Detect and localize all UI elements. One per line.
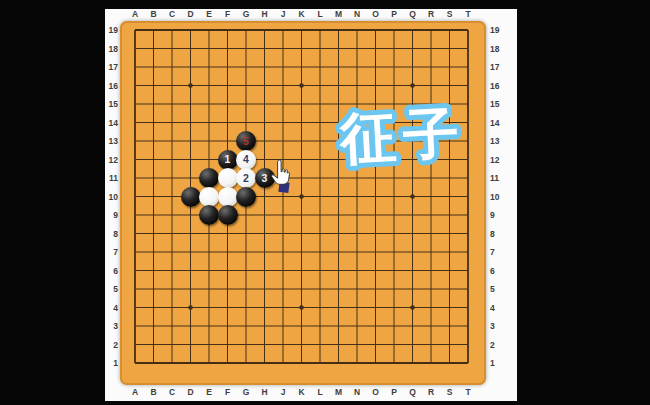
row-label-3: 3 — [103, 317, 118, 336]
col-label-F: F — [218, 8, 237, 21]
col-label-T: T — [459, 386, 478, 399]
row-label-15: 15 — [490, 95, 505, 114]
column-labels-bottom: ABCDEFGHJKLMNOPQRST — [126, 386, 478, 399]
col-label-F: F — [218, 386, 237, 399]
col-label-K: K — [292, 386, 311, 399]
row-label-12: 12 — [490, 150, 505, 169]
row-label-14: 14 — [103, 113, 118, 132]
row-label-16: 16 — [490, 76, 505, 95]
row-label-12: 12 — [103, 150, 118, 169]
row-label-10: 10 — [490, 187, 505, 206]
col-label-S: S — [440, 386, 459, 399]
row-label-4: 4 — [490, 298, 505, 317]
row-label-3: 3 — [490, 317, 505, 336]
col-label-Q: Q — [403, 8, 422, 21]
col-label-B: B — [144, 8, 163, 21]
row-label-8: 8 — [490, 224, 505, 243]
col-label-E: E — [200, 8, 219, 21]
row-label-7: 7 — [103, 243, 118, 262]
col-label-A: A — [126, 386, 145, 399]
col-label-C: C — [163, 8, 182, 21]
stone-white-G12[interactable]: 4 — [236, 150, 256, 170]
col-label-O: O — [366, 386, 385, 399]
stone-white-F10[interactable] — [218, 187, 238, 207]
col-label-P: P — [385, 386, 404, 399]
col-label-G: G — [237, 386, 256, 399]
row-labels-left: 19181716151413121110987654321 — [103, 21, 118, 373]
col-label-R: R — [422, 386, 441, 399]
col-label-H: H — [255, 386, 274, 399]
row-label-4: 4 — [103, 298, 118, 317]
col-label-L: L — [311, 8, 330, 21]
col-label-N: N — [348, 386, 367, 399]
row-label-9: 9 — [490, 206, 505, 225]
stone-black-D10[interactable] — [181, 187, 201, 207]
stone-black-G13[interactable]: 5 — [236, 131, 256, 151]
row-label-5: 5 — [490, 280, 505, 299]
row-label-18: 18 — [103, 39, 118, 58]
col-label-H: H — [255, 8, 274, 21]
row-label-2: 2 — [103, 335, 118, 354]
stone-black-G10[interactable] — [236, 187, 256, 207]
row-labels-right: 19181716151413121110987654321 — [490, 21, 505, 373]
col-label-P: P — [385, 8, 404, 21]
col-label-J: J — [274, 8, 293, 21]
col-label-M: M — [329, 386, 348, 399]
row-label-19: 19 — [103, 21, 118, 40]
col-label-A: A — [126, 8, 145, 21]
row-label-5: 5 — [103, 280, 118, 299]
row-label-1: 1 — [490, 354, 505, 373]
stone-white-F11[interactable] — [218, 168, 238, 188]
row-label-18: 18 — [490, 39, 505, 58]
col-label-M: M — [329, 8, 348, 21]
col-label-B: B — [144, 386, 163, 399]
col-label-J: J — [274, 386, 293, 399]
row-label-15: 15 — [103, 95, 118, 114]
stone-layer[interactable]: 51423 — [126, 21, 478, 373]
stone-black-E11[interactable] — [199, 168, 219, 188]
col-label-G: G — [237, 8, 256, 21]
row-label-17: 17 — [103, 58, 118, 77]
row-label-17: 17 — [490, 58, 505, 77]
col-label-O: O — [366, 8, 385, 21]
stone-white-E10[interactable] — [199, 187, 219, 207]
row-label-11: 11 — [103, 169, 118, 188]
col-label-D: D — [181, 386, 200, 399]
row-label-2: 2 — [490, 335, 505, 354]
stone-black-F12[interactable]: 1 — [218, 150, 238, 170]
col-label-Q: Q — [403, 386, 422, 399]
row-label-8: 8 — [103, 224, 118, 243]
col-label-N: N — [348, 8, 367, 21]
col-label-T: T — [459, 8, 478, 21]
row-label-19: 19 — [490, 21, 505, 40]
col-label-R: R — [422, 8, 441, 21]
col-label-S: S — [440, 8, 459, 21]
stone-black-F9[interactable] — [218, 205, 238, 225]
row-label-6: 6 — [103, 261, 118, 280]
row-label-10: 10 — [103, 187, 118, 206]
row-label-13: 13 — [490, 132, 505, 151]
col-label-K: K — [292, 8, 311, 21]
col-label-L: L — [311, 386, 330, 399]
row-label-9: 9 — [103, 206, 118, 225]
col-label-D: D — [181, 8, 200, 21]
row-label-11: 11 — [490, 169, 505, 188]
row-label-16: 16 — [103, 76, 118, 95]
row-label-7: 7 — [490, 243, 505, 262]
col-label-C: C — [163, 386, 182, 399]
row-label-13: 13 — [103, 132, 118, 151]
stone-black-H11[interactable]: 3 — [255, 168, 275, 188]
stone-black-E9[interactable] — [199, 205, 219, 225]
row-label-6: 6 — [490, 261, 505, 280]
row-label-14: 14 — [490, 113, 505, 132]
col-label-E: E — [200, 386, 219, 399]
column-labels-top: ABCDEFGHJKLMNOPQRST — [126, 8, 478, 21]
row-label-1: 1 — [103, 354, 118, 373]
stone-white-G11[interactable]: 2 — [236, 168, 256, 188]
screen: ABCDEFGHJKLMNOPQRST ABCDEFGHJKLMNOPQRST … — [0, 0, 650, 405]
